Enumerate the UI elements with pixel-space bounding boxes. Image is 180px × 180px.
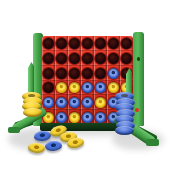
empty-hole — [69, 38, 80, 49]
empty-hole — [56, 68, 67, 79]
empty-hole — [56, 38, 67, 49]
empty-hole — [43, 53, 54, 64]
empty-hole — [95, 38, 106, 49]
empty-hole — [69, 53, 80, 64]
cell-r5c2 — [55, 95, 68, 110]
frame-post-hole — [137, 57, 140, 61]
blue-loose-disc — [44, 140, 62, 151]
cell-r2c1 — [42, 51, 55, 66]
cell-r2c2 — [55, 51, 68, 66]
blue-disc — [56, 97, 67, 108]
yellow-disc — [69, 82, 80, 93]
empty-hole — [108, 38, 119, 49]
cell-r1c1 — [42, 36, 55, 51]
empty-hole — [121, 53, 132, 64]
cell-r1c7 — [120, 36, 133, 51]
cell-r1c5 — [94, 36, 107, 51]
yellow-loose-disc — [27, 142, 45, 153]
empty-hole — [56, 53, 67, 64]
cell-r4c1 — [42, 80, 55, 95]
cell-r3c6 — [107, 66, 120, 81]
blue-disc — [82, 82, 93, 93]
blue-stacked-disc — [115, 126, 134, 135]
blue-disc — [108, 68, 119, 79]
empty-hole — [43, 38, 54, 49]
cell-r3c5 — [94, 66, 107, 81]
foot-pad-left — [8, 127, 20, 133]
yellow-stacked-disc — [23, 108, 42, 117]
red-knob — [135, 108, 139, 112]
foot-pad-right — [146, 139, 159, 146]
frame-post-right — [133, 32, 144, 126]
blue-disc — [95, 82, 106, 93]
empty-hole — [121, 38, 132, 49]
cell-r2c5 — [94, 51, 107, 66]
yellow-disc — [95, 97, 106, 108]
cell-r2c6 — [107, 51, 120, 66]
cell-r5c4 — [81, 95, 94, 110]
cell-r4c3 — [68, 80, 81, 95]
empty-hole — [95, 68, 106, 79]
cell-r2c7 — [120, 51, 133, 66]
cell-r1c2 — [55, 36, 68, 51]
cell-r3c2 — [55, 66, 68, 81]
empty-hole — [43, 82, 54, 93]
blue-disc — [82, 112, 93, 123]
empty-hole — [95, 53, 106, 64]
cell-r3c4 — [81, 66, 94, 81]
cell-r1c4 — [81, 36, 94, 51]
empty-hole — [43, 68, 54, 79]
cell-r2c3 — [68, 51, 81, 66]
cell-r2c4 — [81, 51, 94, 66]
yellow-disc — [69, 112, 80, 123]
blue-disc — [56, 112, 67, 123]
cell-r1c6 — [107, 36, 120, 51]
cell-r5c5 — [94, 95, 107, 110]
stack-center-hole — [28, 94, 35, 98]
connect-four-product-photo — [0, 0, 180, 180]
cell-r4c2 — [55, 80, 68, 95]
cell-r1c3 — [68, 36, 81, 51]
yellow-disc — [56, 82, 67, 93]
empty-hole — [82, 38, 93, 49]
blue-disc — [82, 97, 93, 108]
blue-disc — [95, 112, 106, 123]
blue-disc — [69, 97, 80, 108]
cell-r5c3 — [68, 95, 81, 110]
cell-r3c3 — [68, 66, 81, 81]
cell-r4c5 — [94, 80, 107, 95]
cell-r3c1 — [42, 66, 55, 81]
empty-hole — [69, 68, 80, 79]
stack-center-hole — [121, 94, 128, 98]
cell-r4c4 — [81, 80, 94, 95]
empty-hole — [82, 68, 93, 79]
empty-hole — [82, 53, 93, 64]
empty-hole — [108, 53, 119, 64]
blue-disc — [43, 97, 54, 108]
yellow-disc — [108, 82, 119, 93]
